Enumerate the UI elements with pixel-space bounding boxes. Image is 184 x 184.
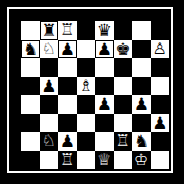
square-b4[interactable] bbox=[40, 95, 59, 114]
square-a2[interactable] bbox=[21, 132, 40, 151]
square-a1[interactable] bbox=[21, 151, 40, 170]
black-pawn-icon: ♟ bbox=[95, 40, 114, 59]
square-c3[interactable] bbox=[58, 114, 77, 133]
square-f5[interactable] bbox=[114, 77, 133, 96]
black-pawn-icon: ♟ bbox=[40, 77, 59, 96]
square-e3[interactable] bbox=[95, 114, 114, 133]
white-rook-icon: ♖ bbox=[58, 21, 77, 40]
square-f4[interactable] bbox=[114, 95, 133, 114]
square-f7[interactable]: ♚ bbox=[114, 40, 133, 59]
square-d1[interactable] bbox=[77, 151, 96, 170]
square-e1[interactable]: ♕ bbox=[95, 151, 114, 170]
square-a7[interactable]: ♞ bbox=[21, 40, 40, 59]
square-b7[interactable]: ♘ bbox=[40, 40, 59, 59]
black-queen-icon: ♛ bbox=[95, 21, 114, 40]
black-knight-icon: ♞ bbox=[132, 132, 151, 151]
square-h3[interactable]: ♟ bbox=[151, 114, 170, 133]
square-h2[interactable] bbox=[151, 132, 170, 151]
square-a5[interactable] bbox=[21, 77, 40, 96]
square-g4[interactable]: ♟ bbox=[132, 95, 151, 114]
chess-board: ♜♖♛♞♘♟♟♚♙♟♗♟♟♟♘♟♖♞♖♕♔ bbox=[21, 21, 169, 169]
square-f8[interactable] bbox=[114, 21, 133, 40]
white-knight-icon: ♘ bbox=[40, 132, 59, 151]
square-h5[interactable] bbox=[151, 77, 170, 96]
square-d2[interactable] bbox=[77, 132, 96, 151]
square-f2[interactable]: ♖ bbox=[114, 132, 133, 151]
square-e6[interactable] bbox=[95, 58, 114, 77]
square-e2[interactable] bbox=[95, 132, 114, 151]
square-g7[interactable] bbox=[132, 40, 151, 59]
square-g5[interactable] bbox=[132, 77, 151, 96]
square-e8[interactable]: ♛ bbox=[95, 21, 114, 40]
white-knight-icon: ♘ bbox=[40, 40, 59, 59]
square-e5[interactable] bbox=[95, 77, 114, 96]
square-e4[interactable]: ♟ bbox=[95, 95, 114, 114]
square-b1[interactable] bbox=[40, 151, 59, 170]
square-g2[interactable]: ♞ bbox=[132, 132, 151, 151]
square-a4[interactable] bbox=[21, 95, 40, 114]
black-pawn-icon: ♟ bbox=[132, 95, 151, 114]
square-c2[interactable]: ♟ bbox=[58, 132, 77, 151]
black-knight-icon: ♞ bbox=[21, 40, 40, 59]
square-c4[interactable] bbox=[58, 95, 77, 114]
square-d8[interactable] bbox=[77, 21, 96, 40]
square-h4[interactable] bbox=[151, 95, 170, 114]
square-f6[interactable] bbox=[114, 58, 133, 77]
square-h8[interactable] bbox=[151, 21, 170, 40]
black-pawn-icon: ♟ bbox=[95, 95, 114, 114]
square-g1[interactable]: ♔ bbox=[132, 151, 151, 170]
white-pawn-icon: ♙ bbox=[151, 40, 170, 59]
square-g6[interactable] bbox=[132, 58, 151, 77]
square-a6[interactable] bbox=[21, 58, 40, 77]
square-b8[interactable]: ♜ bbox=[40, 21, 59, 40]
square-h7[interactable]: ♙ bbox=[151, 40, 170, 59]
square-d4[interactable] bbox=[77, 95, 96, 114]
square-c6[interactable] bbox=[58, 58, 77, 77]
square-h1[interactable] bbox=[151, 151, 170, 170]
white-queen-icon: ♕ bbox=[95, 151, 114, 170]
square-d7[interactable] bbox=[77, 40, 96, 59]
square-e7[interactable]: ♟ bbox=[95, 40, 114, 59]
white-rook-icon: ♖ bbox=[114, 132, 133, 151]
square-b5[interactable]: ♟ bbox=[40, 77, 59, 96]
square-g8[interactable] bbox=[132, 21, 151, 40]
square-d3[interactable] bbox=[77, 114, 96, 133]
square-f1[interactable] bbox=[114, 151, 133, 170]
square-c1[interactable]: ♖ bbox=[58, 151, 77, 170]
square-a8[interactable] bbox=[21, 21, 40, 40]
square-h6[interactable] bbox=[151, 58, 170, 77]
black-king-icon: ♚ bbox=[114, 40, 133, 59]
square-d5[interactable]: ♗ bbox=[77, 77, 96, 96]
black-pawn-icon: ♟ bbox=[58, 132, 77, 151]
square-b6[interactable] bbox=[40, 58, 59, 77]
square-b2[interactable]: ♘ bbox=[40, 132, 59, 151]
square-c5[interactable] bbox=[58, 77, 77, 96]
square-c7[interactable]: ♟ bbox=[58, 40, 77, 59]
square-c8[interactable]: ♖ bbox=[58, 21, 77, 40]
white-bishop-icon: ♗ bbox=[77, 77, 96, 96]
square-b3[interactable] bbox=[40, 114, 59, 133]
white-rook-icon: ♖ bbox=[58, 151, 77, 170]
white-king-icon: ♔ bbox=[132, 151, 151, 170]
black-pawn-icon: ♟ bbox=[151, 114, 170, 133]
black-rook-icon: ♜ bbox=[40, 21, 59, 40]
square-a3[interactable] bbox=[21, 114, 40, 133]
chess-diagram: ♜♖♛♞♘♟♟♚♙♟♗♟♟♟♘♟♖♞♖♕♔ bbox=[0, 0, 184, 184]
square-f3[interactable] bbox=[114, 114, 133, 133]
square-d6[interactable] bbox=[77, 58, 96, 77]
square-g3[interactable] bbox=[132, 114, 151, 133]
black-pawn-icon: ♟ bbox=[58, 40, 77, 59]
